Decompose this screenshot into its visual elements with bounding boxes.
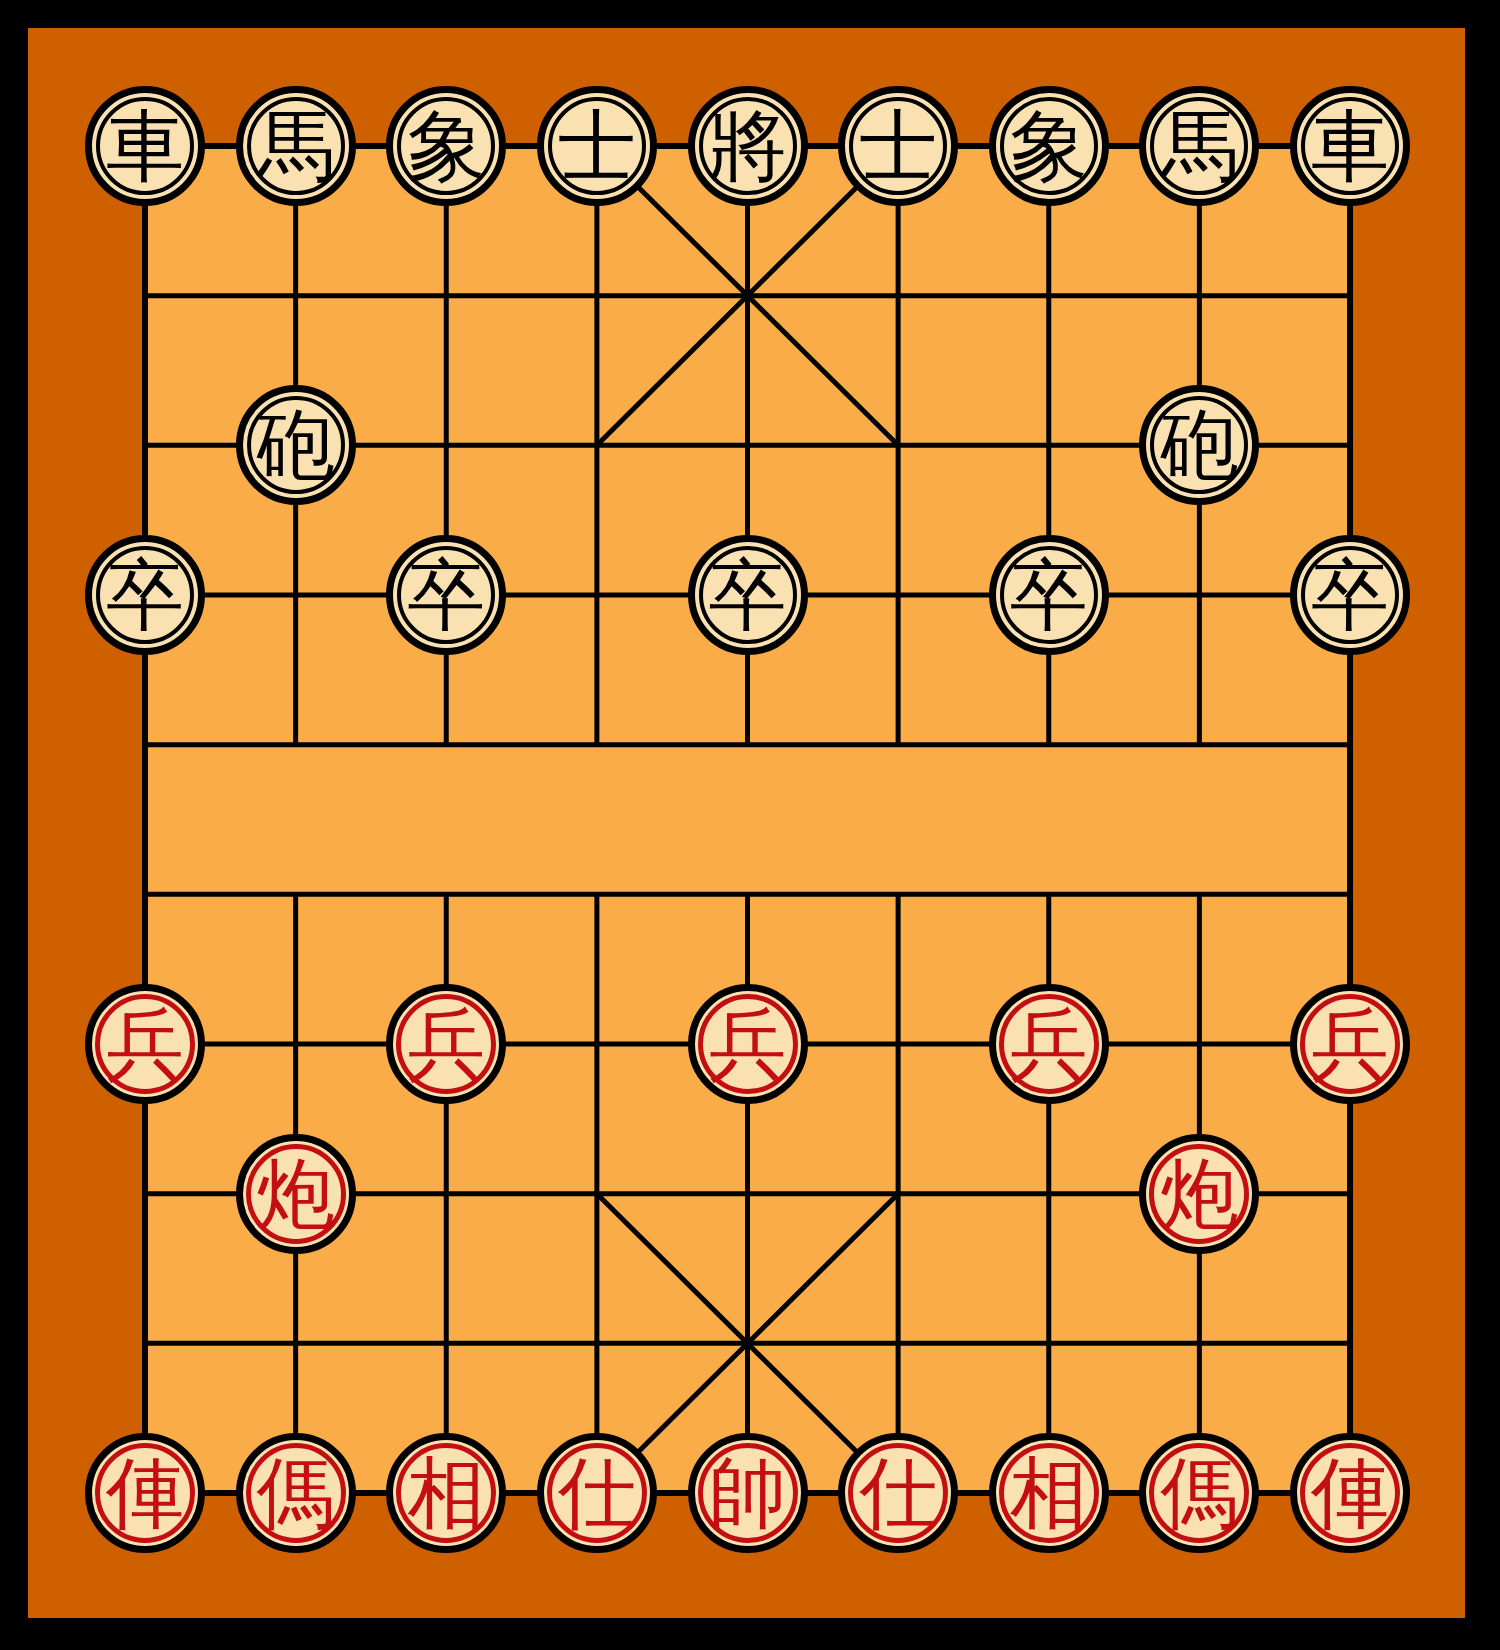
piece-glyph-卒: 卒 xyxy=(92,542,198,648)
piece-inner-ring xyxy=(1149,1443,1249,1543)
piece-inner-ring xyxy=(548,97,646,195)
piece-glyph-俥: 俥 xyxy=(1297,1440,1403,1546)
piece-inner-ring xyxy=(849,97,947,195)
piece-black-general-e1[interactable]: 將 xyxy=(688,86,808,206)
piece-black-advisor-d1[interactable]: 士 xyxy=(537,86,657,206)
piece-red-soldier-i7[interactable]: 兵 xyxy=(1290,984,1410,1104)
piece-inner-ring xyxy=(698,994,798,1094)
piece-glyph-兵: 兵 xyxy=(92,991,198,1097)
piece-glyph-炮: 炮 xyxy=(1146,1141,1252,1247)
piece-black-advisor-f1[interactable]: 士 xyxy=(838,86,958,206)
piece-inner-ring xyxy=(1300,994,1400,1094)
piece-red-cannon-b8[interactable]: 炮 xyxy=(236,1134,356,1254)
piece-black-soldier-g4[interactable]: 卒 xyxy=(989,535,1109,655)
piece-glyph-帥: 帥 xyxy=(695,1440,801,1546)
piece-glyph-兵: 兵 xyxy=(695,991,801,1097)
piece-glyph-卒: 卒 xyxy=(1297,542,1403,648)
piece-inner-ring xyxy=(547,1443,647,1543)
piece-inner-ring xyxy=(999,994,1099,1094)
piece-glyph-士: 士 xyxy=(544,93,650,199)
piece-glyph-兵: 兵 xyxy=(393,991,499,1097)
piece-red-soldier-e7[interactable]: 兵 xyxy=(688,984,808,1104)
piece-red-chariot-i10[interactable]: 俥 xyxy=(1290,1433,1410,1553)
piece-black-horse-b1[interactable]: 馬 xyxy=(236,86,356,206)
piece-inner-ring xyxy=(1149,1144,1249,1244)
piece-glyph-卒: 卒 xyxy=(695,542,801,648)
piece-layer: 車馬象士將士象馬車砲砲卒卒卒卒卒兵兵兵兵兵炮炮俥傌相仕帥仕相傌俥 xyxy=(0,0,1500,1650)
piece-red-chariot-a10[interactable]: 俥 xyxy=(85,1433,205,1553)
piece-glyph-砲: 砲 xyxy=(243,392,349,498)
piece-black-chariot-i1[interactable]: 車 xyxy=(1290,86,1410,206)
piece-inner-ring xyxy=(1300,1443,1400,1543)
piece-red-general-e10[interactable]: 帥 xyxy=(688,1433,808,1553)
piece-glyph-卒: 卒 xyxy=(996,542,1102,648)
piece-glyph-相: 相 xyxy=(996,1440,1102,1546)
piece-inner-ring xyxy=(999,1443,1099,1543)
piece-red-advisor-f10[interactable]: 仕 xyxy=(838,1433,958,1553)
piece-inner-ring xyxy=(96,546,194,644)
piece-inner-ring xyxy=(397,97,495,195)
piece-glyph-士: 士 xyxy=(845,93,951,199)
piece-inner-ring xyxy=(699,546,797,644)
piece-inner-ring xyxy=(396,1443,496,1543)
piece-glyph-相: 相 xyxy=(393,1440,499,1546)
piece-black-soldier-a4[interactable]: 卒 xyxy=(85,535,205,655)
piece-red-advisor-d10[interactable]: 仕 xyxy=(537,1433,657,1553)
piece-black-horse-h1[interactable]: 馬 xyxy=(1139,86,1259,206)
piece-glyph-卒: 卒 xyxy=(393,542,499,648)
piece-glyph-車: 車 xyxy=(1297,93,1403,199)
piece-black-soldier-e4[interactable]: 卒 xyxy=(688,535,808,655)
piece-glyph-兵: 兵 xyxy=(996,991,1102,1097)
piece-red-cannon-h8[interactable]: 炮 xyxy=(1139,1134,1259,1254)
piece-glyph-車: 車 xyxy=(92,93,198,199)
xiangqi-screenshot: 車馬象士將士象馬車砲砲卒卒卒卒卒兵兵兵兵兵炮炮俥傌相仕帥仕相傌俥 xyxy=(0,0,1500,1650)
piece-glyph-兵: 兵 xyxy=(1297,991,1403,1097)
piece-inner-ring xyxy=(1000,546,1098,644)
piece-glyph-象: 象 xyxy=(393,93,499,199)
piece-glyph-仕: 仕 xyxy=(845,1440,951,1546)
piece-inner-ring xyxy=(848,1443,948,1543)
piece-black-cannon-h3[interactable]: 砲 xyxy=(1139,385,1259,505)
piece-inner-ring xyxy=(1301,546,1399,644)
piece-inner-ring xyxy=(246,1144,346,1244)
piece-inner-ring xyxy=(95,1443,195,1543)
piece-inner-ring xyxy=(247,396,345,494)
piece-red-soldier-a7[interactable]: 兵 xyxy=(85,984,205,1104)
piece-red-horse-h10[interactable]: 傌 xyxy=(1139,1433,1259,1553)
piece-inner-ring xyxy=(1000,97,1098,195)
piece-glyph-象: 象 xyxy=(996,93,1102,199)
piece-black-elephant-c1[interactable]: 象 xyxy=(386,86,506,206)
piece-inner-ring xyxy=(1150,396,1248,494)
piece-glyph-俥: 俥 xyxy=(92,1440,198,1546)
piece-inner-ring xyxy=(95,994,195,1094)
piece-glyph-炮: 炮 xyxy=(243,1141,349,1247)
piece-black-soldier-i4[interactable]: 卒 xyxy=(1290,535,1410,655)
piece-inner-ring xyxy=(246,1443,346,1543)
piece-black-chariot-a1[interactable]: 車 xyxy=(85,86,205,206)
piece-inner-ring xyxy=(247,97,345,195)
piece-inner-ring xyxy=(396,994,496,1094)
piece-red-soldier-g7[interactable]: 兵 xyxy=(989,984,1109,1104)
piece-red-elephant-c10[interactable]: 相 xyxy=(386,1433,506,1553)
piece-inner-ring xyxy=(1301,97,1399,195)
piece-glyph-仕: 仕 xyxy=(544,1440,650,1546)
piece-inner-ring xyxy=(698,1443,798,1543)
piece-glyph-傌: 傌 xyxy=(1146,1440,1252,1546)
piece-red-soldier-c7[interactable]: 兵 xyxy=(386,984,506,1104)
piece-inner-ring xyxy=(96,97,194,195)
piece-black-elephant-g1[interactable]: 象 xyxy=(989,86,1109,206)
piece-glyph-將: 將 xyxy=(695,93,801,199)
piece-red-horse-b10[interactable]: 傌 xyxy=(236,1433,356,1553)
piece-black-soldier-c4[interactable]: 卒 xyxy=(386,535,506,655)
piece-inner-ring xyxy=(1150,97,1248,195)
piece-glyph-馬: 馬 xyxy=(1146,93,1252,199)
piece-inner-ring xyxy=(397,546,495,644)
piece-red-elephant-g10[interactable]: 相 xyxy=(989,1433,1109,1553)
piece-glyph-砲: 砲 xyxy=(1146,392,1252,498)
piece-black-cannon-b3[interactable]: 砲 xyxy=(236,385,356,505)
piece-inner-ring xyxy=(699,97,797,195)
piece-glyph-傌: 傌 xyxy=(243,1440,349,1546)
piece-glyph-馬: 馬 xyxy=(243,93,349,199)
